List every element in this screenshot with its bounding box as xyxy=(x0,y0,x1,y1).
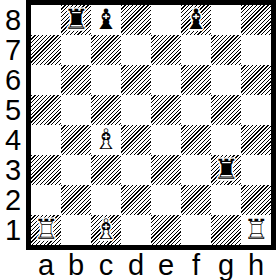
square-c3[interactable] xyxy=(91,155,121,185)
file-label-f: f xyxy=(181,250,211,280)
square-f4[interactable] xyxy=(181,125,211,155)
square-e8[interactable] xyxy=(151,5,181,35)
piece-glyph: ♗ xyxy=(91,125,121,155)
square-c8[interactable]: ♝♝ xyxy=(91,5,121,35)
piece-glyph: ♝ xyxy=(181,5,211,35)
square-f7[interactable] xyxy=(181,35,211,65)
piece-glyph: ♜ xyxy=(211,155,241,185)
piece-glyph: ♖ xyxy=(31,215,61,245)
square-f1[interactable] xyxy=(181,215,211,245)
square-d8[interactable] xyxy=(121,5,151,35)
square-d2[interactable] xyxy=(121,185,151,215)
square-a4[interactable] xyxy=(31,125,61,155)
piece-glyph: ♝ xyxy=(91,5,121,35)
square-c6[interactable] xyxy=(91,65,121,95)
file-label-b: b xyxy=(61,250,91,280)
rank-label-5: 5 xyxy=(0,95,26,125)
square-c1[interactable]: ♝♗ xyxy=(91,215,121,245)
square-c2[interactable] xyxy=(91,185,121,215)
rank-label-2: 2 xyxy=(0,185,26,215)
square-e5[interactable] xyxy=(151,95,181,125)
square-a7[interactable] xyxy=(31,35,61,65)
square-g7[interactable] xyxy=(211,35,241,65)
square-d7[interactable] xyxy=(121,35,151,65)
square-e7[interactable] xyxy=(151,35,181,65)
file-label-c: c xyxy=(91,250,121,280)
square-b5[interactable] xyxy=(61,95,91,125)
rank-labels: 87654321 xyxy=(0,5,26,245)
square-g8[interactable] xyxy=(211,5,241,35)
square-h7[interactable] xyxy=(241,35,271,65)
square-f8[interactable]: ♝♝ xyxy=(181,5,211,35)
black-bishop[interactable]: ♝♝ xyxy=(181,5,211,35)
square-g5[interactable] xyxy=(211,95,241,125)
file-label-h: h xyxy=(241,250,271,280)
square-f5[interactable] xyxy=(181,95,211,125)
square-c4[interactable]: ♝♗ xyxy=(91,125,121,155)
rank-label-8: 8 xyxy=(0,5,26,35)
square-f3[interactable] xyxy=(181,155,211,185)
square-d1[interactable] xyxy=(121,215,151,245)
square-c5[interactable] xyxy=(91,95,121,125)
square-d4[interactable] xyxy=(121,125,151,155)
black-rook[interactable]: ♜♜ xyxy=(61,5,91,35)
rank-label-4: 4 xyxy=(0,125,26,155)
piece-glyph: ♗ xyxy=(91,215,121,245)
square-h6[interactable] xyxy=(241,65,271,95)
square-b3[interactable] xyxy=(61,155,91,185)
square-a5[interactable] xyxy=(31,95,61,125)
square-h1[interactable]: ♜♖ xyxy=(241,215,271,245)
white-bishop[interactable]: ♝♗ xyxy=(91,125,121,155)
rank-label-1: 1 xyxy=(0,215,26,245)
chess-board[interactable]: ♜♜♝♝♝♝♝♗♜♜♜♖♝♗♜♖ xyxy=(26,0,276,250)
square-b6[interactable] xyxy=(61,65,91,95)
square-d5[interactable] xyxy=(121,95,151,125)
file-label-d: d xyxy=(121,250,151,280)
square-g3[interactable]: ♜♜ xyxy=(211,155,241,185)
square-e1[interactable] xyxy=(151,215,181,245)
square-f2[interactable] xyxy=(181,185,211,215)
square-a2[interactable] xyxy=(31,185,61,215)
file-label-e: e xyxy=(151,250,181,280)
square-h8[interactable] xyxy=(241,5,271,35)
square-b4[interactable] xyxy=(61,125,91,155)
square-d3[interactable] xyxy=(121,155,151,185)
square-g1[interactable] xyxy=(211,215,241,245)
file-label-g: g xyxy=(211,250,241,280)
square-h4[interactable] xyxy=(241,125,271,155)
square-b8[interactable]: ♜♜ xyxy=(61,5,91,35)
black-rook[interactable]: ♜♜ xyxy=(211,155,241,185)
square-a8[interactable] xyxy=(31,5,61,35)
rank-label-7: 7 xyxy=(0,35,26,65)
square-a6[interactable] xyxy=(31,65,61,95)
square-f6[interactable] xyxy=(181,65,211,95)
square-g6[interactable] xyxy=(211,65,241,95)
square-e3[interactable] xyxy=(151,155,181,185)
square-h2[interactable] xyxy=(241,185,271,215)
white-bishop[interactable]: ♝♗ xyxy=(91,215,121,245)
square-e6[interactable] xyxy=(151,65,181,95)
square-g4[interactable] xyxy=(211,125,241,155)
square-g2[interactable] xyxy=(211,185,241,215)
white-rook[interactable]: ♜♖ xyxy=(241,215,271,245)
square-e4[interactable] xyxy=(151,125,181,155)
piece-glyph: ♖ xyxy=(241,215,271,245)
white-rook[interactable]: ♜♖ xyxy=(31,215,61,245)
square-h5[interactable] xyxy=(241,95,271,125)
square-b2[interactable] xyxy=(61,185,91,215)
rank-label-6: 6 xyxy=(0,65,26,95)
square-a1[interactable]: ♜♖ xyxy=(31,215,61,245)
square-d6[interactable] xyxy=(121,65,151,95)
square-e2[interactable] xyxy=(151,185,181,215)
square-b1[interactable] xyxy=(61,215,91,245)
square-h3[interactable] xyxy=(241,155,271,185)
file-label-a: a xyxy=(31,250,61,280)
file-labels: abcdefgh xyxy=(31,250,271,280)
chess-diagram: 87654321 ♜♜♝♝♝♝♝♗♜♜♜♖♝♗♜♖ abcdefgh xyxy=(0,0,280,280)
black-bishop[interactable]: ♝♝ xyxy=(91,5,121,35)
square-b7[interactable] xyxy=(61,35,91,65)
piece-glyph: ♜ xyxy=(61,5,91,35)
square-c7[interactable] xyxy=(91,35,121,65)
rank-label-3: 3 xyxy=(0,155,26,185)
square-a3[interactable] xyxy=(31,155,61,185)
